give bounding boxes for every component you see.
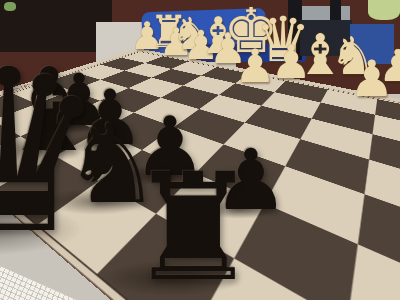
white-pawn-piece[interactable]: ♟ [378,44,400,88]
black-queen-piece[interactable]: ♛ [0,40,109,265]
plant-leaves [368,0,400,20]
black-rook-piece[interactable]: ♜ [127,154,260,300]
chess-photo-scene: 1234567 ES (LONDON)01707 65909 ♟♜♟♞♟♝♟♚♟… [0,0,400,300]
green-light-dot [4,2,16,11]
